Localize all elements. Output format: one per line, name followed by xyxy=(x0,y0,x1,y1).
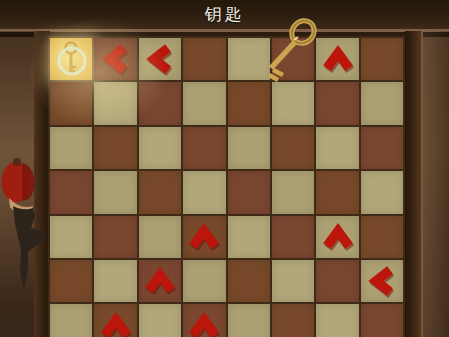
board-cell-r7c7[interactable] xyxy=(316,304,358,337)
board-cell-r5c8[interactable] xyxy=(361,216,403,258)
board-cell-r3c5[interactable] xyxy=(228,127,270,169)
board-cell-r6c6[interactable] xyxy=(272,260,314,302)
board-cell-r6c3[interactable] xyxy=(139,260,181,302)
board-cell-r1c3[interactable] xyxy=(139,38,181,80)
board-cell-r2c6[interactable] xyxy=(272,82,314,124)
board-cell-r4c4[interactable] xyxy=(183,171,225,213)
puzzle-board xyxy=(50,38,403,337)
board-cell-r4c3[interactable] xyxy=(139,171,181,213)
arrow-up-icon xyxy=(185,307,223,337)
board-cell-r5c7[interactable] xyxy=(316,216,358,258)
page-title: 钥匙 xyxy=(0,3,449,26)
board-cell-r7c3[interactable] xyxy=(139,304,181,337)
right-wall xyxy=(423,31,449,337)
board-cell-r4c8[interactable] xyxy=(361,171,403,213)
board-cell-r2c8[interactable] xyxy=(361,82,403,124)
arrow-up-icon xyxy=(319,40,357,78)
board-cell-r1c7[interactable] xyxy=(316,38,358,80)
board-cell-r1c1[interactable] xyxy=(50,38,92,80)
arrow-up-icon xyxy=(97,307,135,337)
board-cell-r7c6[interactable] xyxy=(272,304,314,337)
board-cell-r5c5[interactable] xyxy=(228,216,270,258)
board-cell-r1c8[interactable] xyxy=(361,38,403,80)
board-cell-r2c5[interactable] xyxy=(228,82,270,124)
board-cell-r7c1[interactable] xyxy=(50,304,92,337)
board-cell-r5c6[interactable] xyxy=(272,216,314,258)
arrow-left-icon xyxy=(97,40,135,78)
board-cell-r1c2[interactable] xyxy=(94,38,136,80)
board-cell-r6c8[interactable] xyxy=(361,260,403,302)
arrow-left-icon xyxy=(363,262,401,300)
board-cell-r2c1[interactable] xyxy=(50,82,92,124)
board-cell-r5c3[interactable] xyxy=(139,216,181,258)
board-cell-r6c1[interactable] xyxy=(50,260,92,302)
board-cell-r1c4[interactable] xyxy=(183,38,225,80)
board-cell-r5c1[interactable] xyxy=(50,216,92,258)
board-cell-r4c1[interactable] xyxy=(50,171,92,213)
board-cell-r2c4[interactable] xyxy=(183,82,225,124)
board-cell-r2c2[interactable] xyxy=(94,82,136,124)
board-cell-r7c2[interactable] xyxy=(94,304,136,337)
board-cell-r3c1[interactable] xyxy=(50,127,92,169)
board-cell-r7c8[interactable] xyxy=(361,304,403,337)
game-screen: { "game": "arrow chessboard puzzle (esca… xyxy=(0,0,449,337)
board-cell-r2c3[interactable] xyxy=(139,82,181,124)
board-cell-r4c5[interactable] xyxy=(228,171,270,213)
board-cell-r3c3[interactable] xyxy=(139,127,181,169)
hanging-key-icon[interactable] xyxy=(258,15,322,85)
board-cell-r2c7[interactable] xyxy=(316,82,358,124)
board-cell-r7c5[interactable] xyxy=(228,304,270,337)
arrow-left-icon xyxy=(141,40,179,78)
board-frame-right xyxy=(405,31,423,337)
board-cell-r4c2[interactable] xyxy=(94,171,136,213)
wall-figure-silhouette xyxy=(0,156,48,301)
arrow-up-icon xyxy=(185,218,223,256)
board-cell-r7c4[interactable] xyxy=(183,304,225,337)
arrow-up-icon xyxy=(319,218,357,256)
board-cell-r3c7[interactable] xyxy=(316,127,358,169)
board-cell-r6c4[interactable] xyxy=(183,260,225,302)
board-cell-r3c4[interactable] xyxy=(183,127,225,169)
board-cell-r5c4[interactable] xyxy=(183,216,225,258)
board-cell-r4c7[interactable] xyxy=(316,171,358,213)
board-cell-r6c2[interactable] xyxy=(94,260,136,302)
board-cell-r6c7[interactable] xyxy=(316,260,358,302)
board-cell-r3c8[interactable] xyxy=(361,127,403,169)
board-cell-r5c2[interactable] xyxy=(94,216,136,258)
board-cell-r3c6[interactable] xyxy=(272,127,314,169)
board-cell-r3c2[interactable] xyxy=(94,127,136,169)
key-item-icon xyxy=(50,38,92,80)
arrow-up-icon xyxy=(141,262,179,300)
board-cell-r4c6[interactable] xyxy=(272,171,314,213)
board-cell-r6c5[interactable] xyxy=(228,260,270,302)
